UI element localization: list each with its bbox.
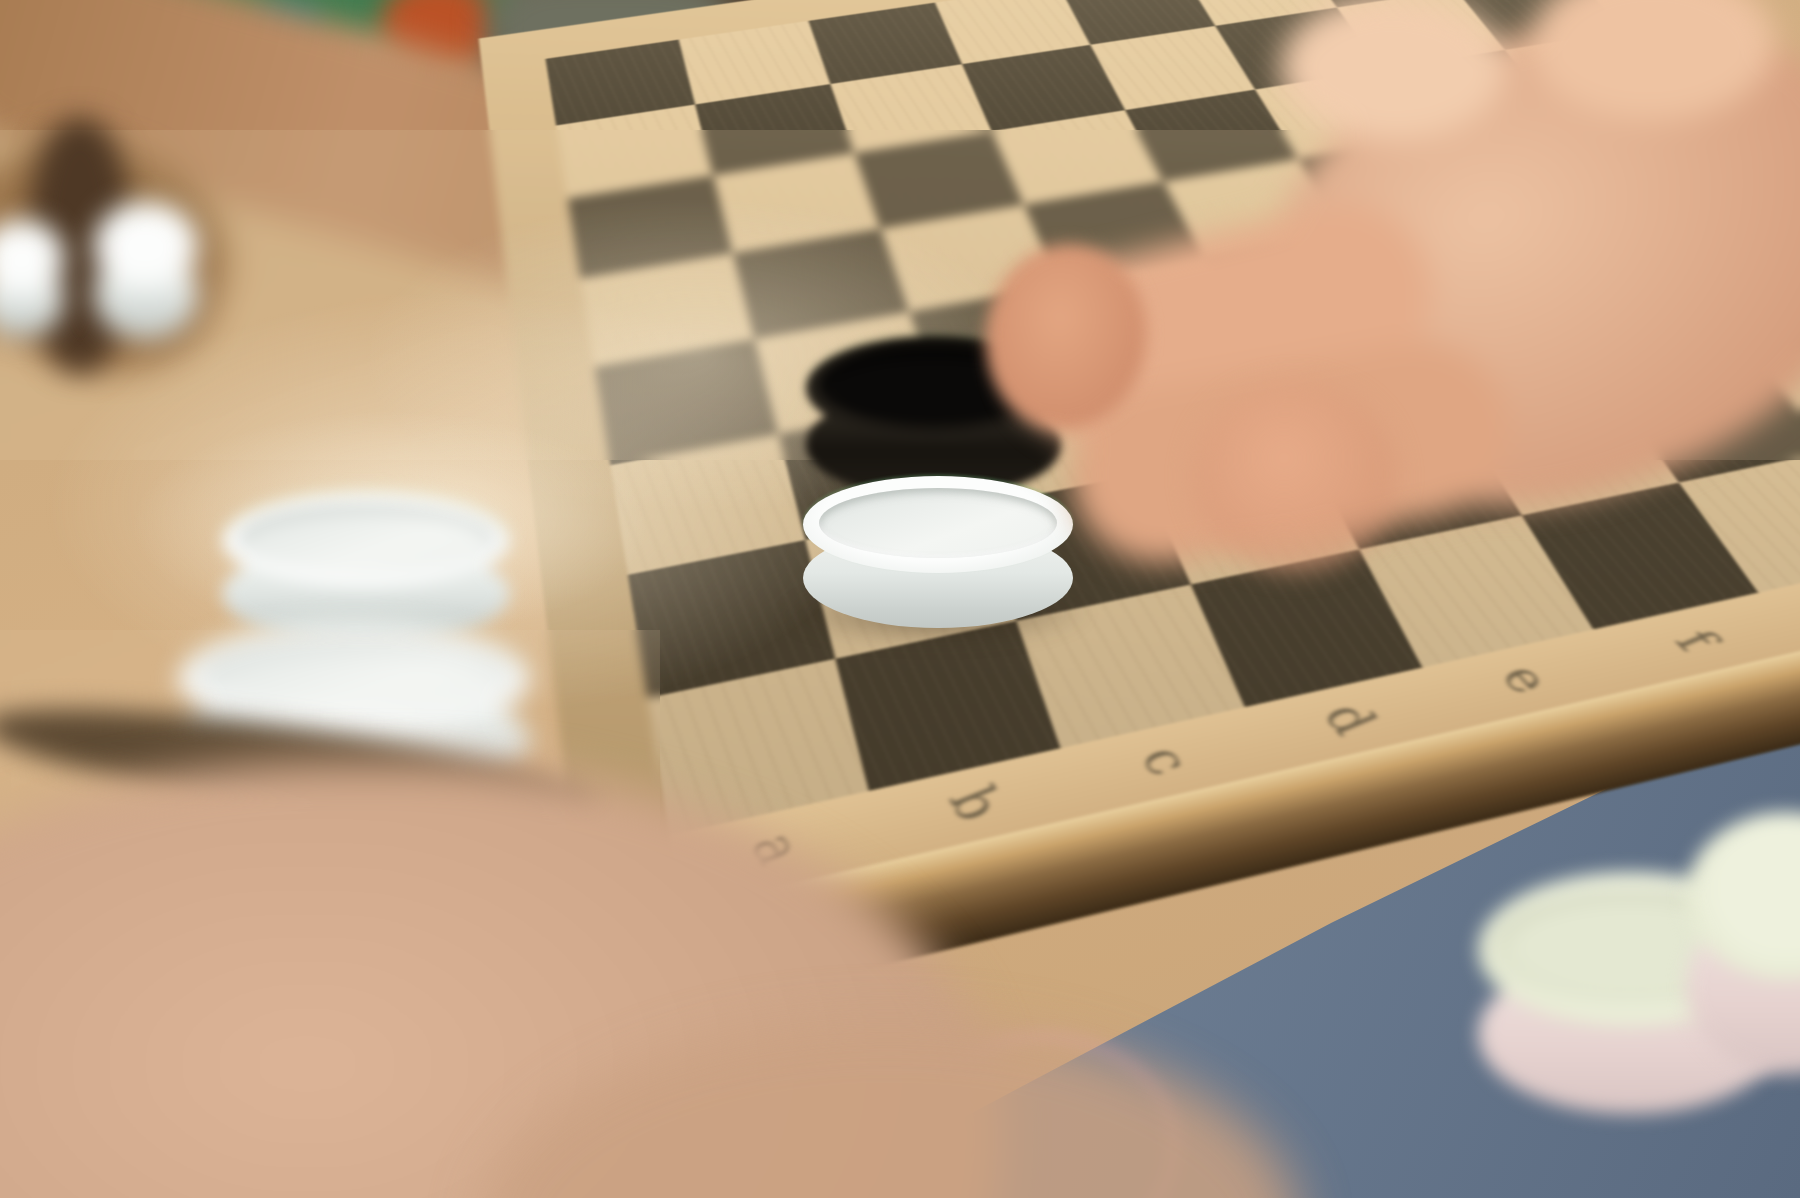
- captured-white-piece[interactable]: [1686, 812, 1800, 1074]
- piece-top: [94, 202, 198, 290]
- knuckle: [1192, 382, 1397, 572]
- white-checker-piece[interactable]: [94, 202, 198, 340]
- piece-recess: [199, 636, 509, 718]
- white-checker-piece[interactable]: [0, 220, 64, 338]
- knuckle: [1280, 0, 1505, 140]
- piece-recess: [239, 504, 492, 574]
